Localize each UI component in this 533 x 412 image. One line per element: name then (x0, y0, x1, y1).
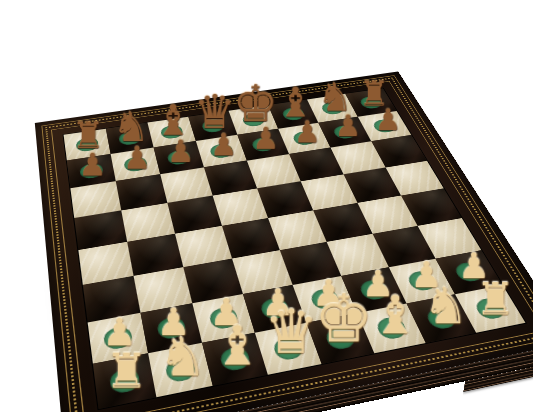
felt-base (323, 325, 358, 351)
felt-base (331, 124, 358, 140)
felt-base (159, 124, 184, 140)
felt-base (291, 130, 318, 146)
felt-base (102, 325, 133, 351)
chessboard-3d: ♜♞♝♛♚♝♞♜♟♟♟♟♟♟♟♟♟♟♟♟♟♟♟♟♜♞♝♛♚♝♞♜ (35, 71, 533, 412)
felt-base (79, 162, 104, 179)
felt-base (280, 106, 306, 121)
felt-base (258, 296, 290, 320)
felt-base (166, 149, 192, 166)
felt-base (319, 101, 345, 116)
felt-base (123, 155, 148, 172)
board-frame: ♜♞♝♛♚♝♞♜♟♟♟♟♟♟♟♟♟♟♟♟♟♟♟♟♜♞♝♛♚♝♞♜ (35, 71, 533, 412)
felt-base (108, 366, 140, 394)
felt-base (423, 306, 459, 331)
felt-base (308, 287, 341, 311)
felt-base (371, 118, 398, 133)
felt-base (218, 345, 252, 372)
board-foot (463, 365, 533, 392)
felt-base (250, 136, 276, 152)
felt-base (452, 261, 486, 283)
felt-base (240, 112, 265, 127)
felt-base (207, 305, 239, 330)
felt-base (373, 315, 408, 340)
felt-base (405, 269, 439, 292)
felt-base (117, 130, 141, 146)
felt-base (472, 296, 508, 320)
felt-base (208, 143, 234, 160)
felt-base (358, 95, 384, 109)
felt-base (357, 278, 390, 301)
felt-base (271, 335, 305, 362)
chess-set-scene: ♜♞♝♛♚♝♞♜♟♟♟♟♟♟♟♟♟♟♟♟♟♟♟♟♜♞♝♛♚♝♞♜ (28, 0, 508, 412)
chessboard: ♜♞♝♛♚♝♞♜♟♟♟♟♟♟♟♟♟♟♟♟♟♟♟♟♜♞♝♛♚♝♞♜ (64, 88, 526, 409)
felt-base (200, 118, 225, 133)
felt-base (164, 356, 197, 384)
felt-base (155, 315, 186, 340)
